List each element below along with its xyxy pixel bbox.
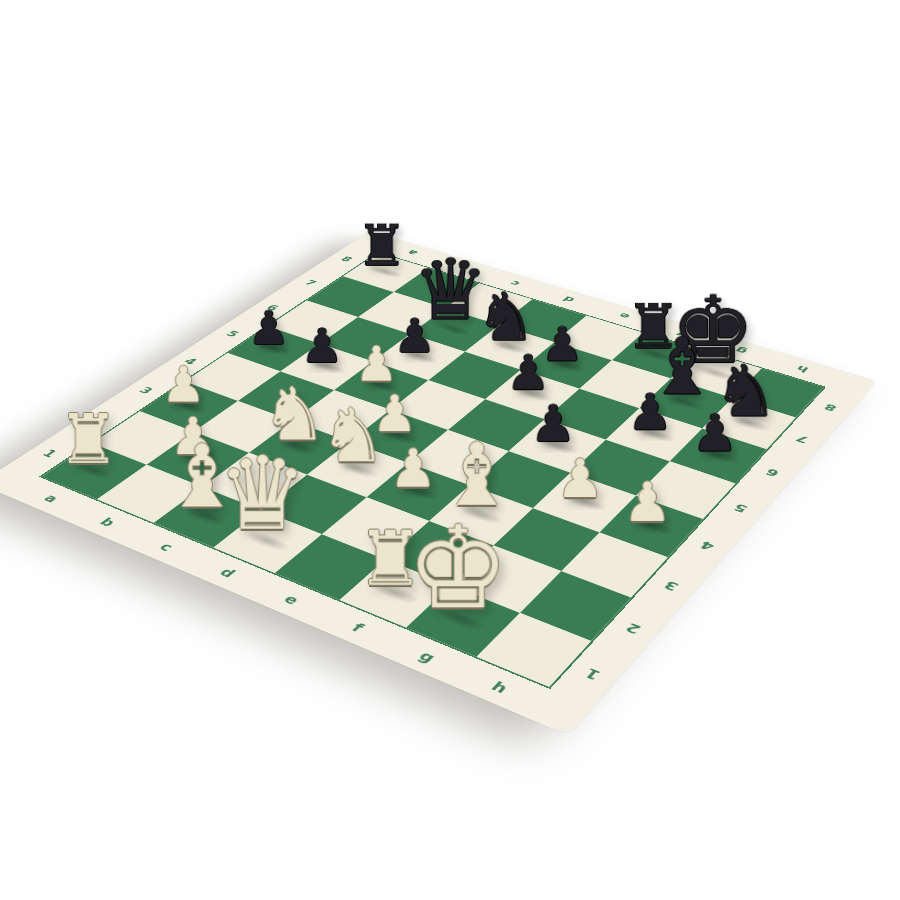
white-pawn-icon: ♟ (355, 340, 398, 388)
white-knight-icon: ♞ (320, 398, 387, 473)
white-queen-icon: ♛ (217, 444, 308, 545)
black-pawn-icon: ♟ (248, 305, 290, 352)
vinyl-chess-mat: abcdefgh abcdefgh 87654321 87654321 ♜♜♚♛… (0, 231, 877, 735)
white-pawn-icon: ♟ (623, 475, 672, 529)
white-king-icon: ♚ (407, 510, 510, 625)
photo-scene: abcdefgh abcdefgh 87654321 87654321 ♜♜♚♛… (0, 0, 900, 900)
square-h6[interactable]: ♟ (670, 428, 767, 483)
white-pawn-icon: ♟ (162, 360, 206, 409)
chess-board-grid: ♜♜♚♛♞♟♝♞♟♟♟♟♟♟♟♟♟♟♟♟♞♞♟♝♟♜♝♛♜♚ (39, 252, 826, 689)
black-pawn-icon: ♟ (628, 387, 673, 437)
white-pawn-icon: ♟ (556, 452, 604, 505)
white-pawn-icon: ♟ (390, 442, 437, 495)
black-pawn-icon: ♟ (530, 398, 576, 449)
black-pawn-icon: ♟ (692, 408, 738, 459)
black-pawn-icon: ♟ (394, 313, 436, 360)
black-pawn-icon: ♟ (507, 349, 551, 398)
square-g1[interactable]: ♚ (406, 585, 520, 656)
black-pawn-icon: ♟ (301, 322, 343, 369)
square-a1[interactable]: ♜ (42, 443, 147, 499)
white-rook-icon: ♜ (58, 406, 119, 475)
